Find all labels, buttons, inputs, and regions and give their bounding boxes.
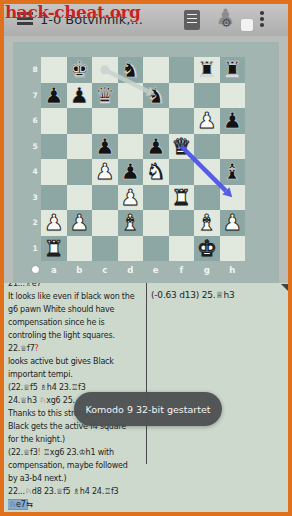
black-piece: ♜ (197, 57, 217, 83)
square-b2[interactable]: ♟ (67, 210, 93, 236)
square-f3[interactable]: ♜ (169, 185, 195, 211)
square-g3[interactable] (194, 185, 220, 211)
square-h6[interactable]: ♟ (220, 108, 246, 134)
white-piece: ♟ (197, 108, 217, 134)
annotation-line-clipped: 21...♗e7 (8, 283, 148, 290)
square-g1[interactable]: ♚ (194, 236, 220, 262)
chess-board[interactable]: ♚♞♜♜♟♟♛♞♟♟♟♟♛♟♟♞♝♟♜♟♟♝♝♟♜♚ (41, 57, 245, 261)
square-h2[interactable]: ♟ (220, 210, 246, 236)
square-g6[interactable]: ♟ (194, 108, 220, 134)
square-c3[interactable] (92, 185, 118, 211)
square-a1[interactable]: ♜ (41, 236, 67, 262)
square-b3[interactable] (67, 185, 93, 211)
white-piece: ♜ (44, 236, 64, 262)
square-g2[interactable]: ♝ (194, 210, 220, 236)
square-e1[interactable] (143, 236, 169, 262)
chess-app-screen: 1-0 Botvinnik,... ♟ ⚙ 87654321 ♚♞♜♜♟♟♛♞♟… (0, 0, 292, 516)
square-e4[interactable]: ♞ (143, 159, 169, 185)
black-piece: ♛ (95, 83, 115, 109)
square-c2[interactable] (92, 210, 118, 236)
black-piece: ♝ (222, 159, 242, 185)
white-piece: ♛ (171, 134, 191, 160)
black-piece: ♟ (69, 83, 89, 109)
annotation-line: ♘e7⇆ (8, 498, 148, 511)
square-d2[interactable]: ♝ (118, 210, 144, 236)
square-b6[interactable] (67, 108, 93, 134)
rank-labels: 87654321 (30, 57, 40, 261)
square-d8[interactable]: ♞ (118, 57, 144, 83)
white-piece: ♞ (146, 159, 166, 185)
white-piece: ♟ (69, 210, 89, 236)
white-piece: ♝ (197, 210, 217, 236)
square-a6[interactable] (41, 108, 67, 134)
annotation-line: It looks like even if black won the (8, 290, 148, 303)
annotation-line: for the knight.) (8, 433, 148, 446)
square-a8[interactable] (41, 57, 67, 83)
square-d5[interactable] (118, 134, 144, 160)
square-g8[interactable]: ♜ (194, 57, 220, 83)
square-h8[interactable]: ♜ (220, 57, 246, 83)
panel-divider (146, 283, 147, 464)
white-piece: ♟ (44, 210, 64, 236)
square-f7[interactable] (169, 83, 195, 109)
engine-icon[interactable]: ♟ ⚙ (216, 7, 256, 34)
annotation-line: compensation, maybe followed (8, 459, 148, 472)
annotation-line: compensation since he is (8, 316, 148, 329)
annotation-line: important tempi. (8, 368, 148, 381)
overflow-menu-icon[interactable] (257, 11, 267, 31)
square-a2[interactable]: ♟ (41, 210, 67, 236)
square-f1[interactable] (169, 236, 195, 262)
annotation-line: 22.♕f7? (8, 342, 148, 355)
square-e5[interactable]: ♟ (143, 134, 169, 160)
square-b5[interactable] (67, 134, 93, 160)
square-d3[interactable]: ♟ (118, 185, 144, 211)
square-b4[interactable] (67, 159, 93, 185)
square-b1[interactable] (67, 236, 93, 262)
black-piece: ♟ (95, 134, 115, 160)
square-h4[interactable]: ♝ (220, 159, 246, 185)
square-c6[interactable] (92, 108, 118, 134)
file-labels: abcdefgh (41, 264, 245, 276)
square-d4[interactable]: ♟ (118, 159, 144, 185)
black-piece: ♜ (222, 57, 242, 83)
annotation-line: controling the light squares. (8, 329, 148, 342)
square-h1[interactable] (220, 236, 246, 262)
square-f2[interactable] (169, 210, 195, 236)
watermark: hack-cheat.org (5, 2, 140, 22)
board-panel: 87654321 ♚♞♜♜♟♟♛♞♟♟♟♟♛♟♟♞♝♟♜♟♟♝♝♟♜♚ abcd… (13, 42, 279, 283)
white-piece: ♚ (197, 236, 217, 262)
square-g7[interactable] (194, 83, 220, 109)
square-e2[interactable] (143, 210, 169, 236)
square-c1[interactable] (92, 236, 118, 262)
black-piece: ♞ (146, 83, 166, 109)
square-e8[interactable] (143, 57, 169, 83)
black-piece: ♚ (69, 57, 89, 83)
annotation-line: looks active but gives Black (8, 355, 148, 368)
square-c8[interactable] (92, 57, 118, 83)
annotation-line: 22...♘d8 23.♕f5 ♗h4 24.♖f3 (8, 485, 148, 498)
black-piece: ♟ (120, 159, 140, 185)
annotation-line: g6 pawn White should have (8, 303, 148, 316)
square-f8[interactable] (169, 57, 195, 83)
white-piece: ♟ (222, 210, 242, 236)
square-h3[interactable] (220, 185, 246, 211)
square-e7[interactable]: ♞ (143, 83, 169, 109)
white-piece: ♝ (120, 210, 140, 236)
current-move[interactable]: ♘e7 (8, 500, 27, 509)
square-h5[interactable] (220, 134, 246, 160)
board-area: 87654321 ♚♞♜♜♟♟♛♞♟♟♟♟♛♟♟♞♝♟♜♟♟♝♝♟♜♚ abcd… (4, 36, 288, 283)
board-square-icon (241, 19, 253, 31)
square-a3[interactable] (41, 185, 67, 211)
square-c5[interactable]: ♟ (92, 134, 118, 160)
white-piece: ♟ (95, 159, 115, 185)
annotation-line: (22.♕f3! ♖xg6 23.♔h1 with (8, 446, 148, 459)
side-to-move-indicator (32, 266, 39, 273)
square-a5[interactable] (41, 134, 67, 160)
white-piece: ♜ (171, 185, 191, 211)
square-g4[interactable] (194, 159, 220, 185)
square-b8[interactable]: ♚ (67, 57, 93, 83)
square-b7[interactable]: ♟ (67, 83, 93, 109)
moves-list-icon[interactable] (184, 10, 200, 30)
toast-message: Komodo 9 32-bit gestartet (74, 392, 222, 426)
square-f6[interactable] (169, 108, 195, 134)
annotation-line: by a3-b4 next.) (8, 472, 148, 485)
square-g5[interactable] (194, 134, 220, 160)
square-h7[interactable] (220, 83, 246, 109)
black-piece: ♟ (44, 83, 64, 109)
white-piece: ♟ (120, 185, 140, 211)
square-e3[interactable] (143, 185, 169, 211)
square-c4[interactable]: ♟ (92, 159, 118, 185)
square-f5[interactable]: ♛ (169, 134, 195, 160)
black-piece: ♞ (120, 57, 140, 83)
square-c7[interactable]: ♛ (92, 83, 118, 109)
scroll-indicator (281, 284, 288, 291)
gear-icon: ⚙ (221, 16, 232, 30)
square-a7[interactable]: ♟ (41, 83, 67, 109)
square-a4[interactable] (41, 159, 67, 185)
square-f4[interactable] (169, 159, 195, 185)
engine-output: (-0.63 d13) 25.♕h3 (151, 290, 234, 300)
square-d7[interactable] (118, 83, 144, 109)
square-d1[interactable] (118, 236, 144, 262)
square-e6[interactable] (143, 108, 169, 134)
black-piece: ♟ (146, 134, 166, 160)
black-piece: ♟ (222, 108, 242, 134)
square-d6[interactable] (118, 108, 144, 134)
